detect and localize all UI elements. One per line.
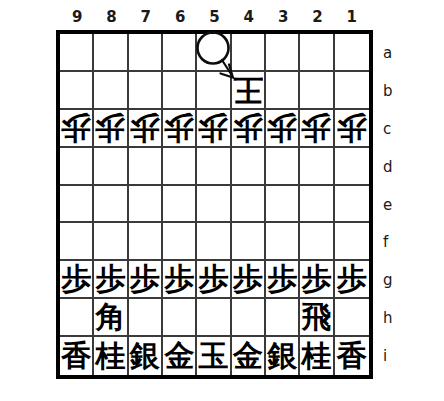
square-6a: [163, 34, 197, 72]
square-9f: [60, 223, 94, 261]
square-7f: [129, 223, 163, 261]
file-label-1: 1: [335, 7, 369, 27]
square-9b: [60, 72, 94, 110]
square-5c: 歩: [197, 110, 231, 148]
square-4c: 歩: [232, 110, 266, 148]
piece-sente-7i: 銀: [130, 341, 160, 371]
square-9c: 歩: [60, 110, 94, 148]
rank-label-e: e: [383, 186, 403, 224]
square-2f: [300, 223, 334, 261]
square-8c: 歩: [94, 110, 128, 148]
square-2i: 桂: [300, 337, 334, 375]
square-8i: 桂: [94, 337, 128, 375]
square-8g: 歩: [94, 261, 128, 299]
square-3a: [266, 34, 300, 72]
square-6i: 金: [163, 337, 197, 375]
square-7b: [129, 72, 163, 110]
piece-gote-4c: 歩: [233, 113, 263, 143]
square-6h: [163, 299, 197, 337]
square-4d: [232, 148, 266, 186]
square-8h: 角: [94, 299, 128, 337]
square-4a: [232, 34, 266, 72]
square-6b: [163, 72, 197, 110]
square-8d: [94, 148, 128, 186]
square-6d: [163, 148, 197, 186]
square-2b: [300, 72, 334, 110]
piece-sente-8g: 歩: [95, 264, 125, 294]
square-5e: [197, 186, 231, 224]
file-label-4: 4: [232, 7, 266, 27]
piece-sente-1i: 香: [337, 341, 367, 371]
square-7h: [129, 299, 163, 337]
piece-sente-4g: 歩: [233, 264, 263, 294]
square-4b: 王: [232, 72, 266, 110]
square-7e: [129, 186, 163, 224]
piece-gote-3c: 歩: [267, 113, 297, 143]
square-1a: [335, 34, 369, 72]
piece-gote-1c: 歩: [337, 113, 367, 143]
rank-labels: abcdefghi: [383, 34, 403, 375]
square-4g: 歩: [232, 261, 266, 299]
square-3c: 歩: [266, 110, 300, 148]
square-1g: 歩: [335, 261, 369, 299]
piece-sente-8i: 桂: [95, 341, 125, 371]
square-5i: 玉: [197, 337, 231, 375]
piece-gote-5c: 歩: [198, 113, 228, 143]
piece-gote-6c: 歩: [164, 113, 194, 143]
piece-gote-4b: 王: [233, 75, 263, 105]
square-6e: [163, 186, 197, 224]
shogi-diagram: 987654321 王歩歩歩歩歩歩歩歩歩歩歩歩歩歩歩歩歩歩角飛香桂銀金玉金銀桂香…: [0, 0, 444, 401]
square-8f: [94, 223, 128, 261]
square-7d: [129, 148, 163, 186]
rank-label-b: b: [383, 72, 403, 110]
square-5h: [197, 299, 231, 337]
square-4h: [232, 299, 266, 337]
square-1h: [335, 299, 369, 337]
piece-sente-4i: 金: [233, 341, 263, 371]
rank-label-c: c: [383, 110, 403, 148]
piece-gote-8c: 歩: [95, 113, 125, 143]
file-label-5: 5: [197, 7, 231, 27]
file-label-7: 7: [129, 7, 163, 27]
piece-sente-5i: 玉: [198, 341, 228, 371]
square-1f: [335, 223, 369, 261]
board-grid: 王歩歩歩歩歩歩歩歩歩歩歩歩歩歩歩歩歩歩角飛香桂銀金玉金銀桂香: [60, 34, 369, 375]
square-5b: [197, 72, 231, 110]
piece-sente-3g: 歩: [267, 264, 297, 294]
square-5f: [197, 223, 231, 261]
square-2a: [300, 34, 334, 72]
rank-label-h: h: [383, 299, 403, 337]
file-labels: 987654321: [60, 7, 369, 27]
rank-label-f: f: [383, 223, 403, 261]
square-9i: 香: [60, 337, 94, 375]
square-7c: 歩: [129, 110, 163, 148]
piece-sente-9g: 歩: [61, 264, 91, 294]
square-8a: [94, 34, 128, 72]
rank-label-g: g: [383, 261, 403, 299]
square-9g: 歩: [60, 261, 94, 299]
square-8b: [94, 72, 128, 110]
piece-sente-6g: 歩: [164, 264, 194, 294]
square-4f: [232, 223, 266, 261]
piece-sente-2h: 飛: [301, 302, 331, 332]
square-3d: [266, 148, 300, 186]
piece-sente-7g: 歩: [130, 264, 160, 294]
square-1d: [335, 148, 369, 186]
file-label-8: 8: [94, 7, 128, 27]
piece-sente-2g: 歩: [301, 264, 331, 294]
rank-label-a: a: [383, 34, 403, 72]
square-3h: [266, 299, 300, 337]
square-9d: [60, 148, 94, 186]
square-8e: [94, 186, 128, 224]
square-7a: [129, 34, 163, 72]
square-9h: [60, 299, 94, 337]
square-3g: 歩: [266, 261, 300, 299]
square-3f: [266, 223, 300, 261]
file-label-3: 3: [266, 7, 300, 27]
shogi-board: 王歩歩歩歩歩歩歩歩歩歩歩歩歩歩歩歩歩歩角飛香桂銀金玉金銀桂香: [56, 30, 373, 379]
square-2c: 歩: [300, 110, 334, 148]
piece-sente-2i: 桂: [301, 341, 331, 371]
piece-sente-5g: 歩: [198, 264, 228, 294]
piece-gote-7c: 歩: [130, 113, 160, 143]
square-1b: [335, 72, 369, 110]
square-1c: 歩: [335, 110, 369, 148]
rank-label-i: i: [383, 337, 403, 375]
square-1e: [335, 186, 369, 224]
piece-sente-6i: 金: [164, 341, 194, 371]
file-label-9: 9: [60, 7, 94, 27]
square-3i: 銀: [266, 337, 300, 375]
file-label-6: 6: [163, 7, 197, 27]
piece-sente-3i: 銀: [267, 341, 297, 371]
file-label-2: 2: [300, 7, 334, 27]
square-5d: [197, 148, 231, 186]
square-6f: [163, 223, 197, 261]
square-3b: [266, 72, 300, 110]
piece-sente-9i: 香: [61, 341, 91, 371]
rank-label-d: d: [383, 148, 403, 186]
square-3e: [266, 186, 300, 224]
piece-gote-2c: 歩: [301, 113, 331, 143]
square-9a: [60, 34, 94, 72]
square-5a: [197, 34, 231, 72]
square-5g: 歩: [197, 261, 231, 299]
square-2h: 飛: [300, 299, 334, 337]
square-6c: 歩: [163, 110, 197, 148]
piece-sente-8h: 角: [95, 302, 125, 332]
square-7g: 歩: [129, 261, 163, 299]
piece-sente-1g: 歩: [337, 264, 367, 294]
square-4i: 金: [232, 337, 266, 375]
square-6g: 歩: [163, 261, 197, 299]
square-9e: [60, 186, 94, 224]
square-1i: 香: [335, 337, 369, 375]
square-2d: [300, 148, 334, 186]
piece-gote-9c: 歩: [61, 113, 91, 143]
square-7i: 銀: [129, 337, 163, 375]
square-2e: [300, 186, 334, 224]
square-2g: 歩: [300, 261, 334, 299]
square-4e: [232, 186, 266, 224]
